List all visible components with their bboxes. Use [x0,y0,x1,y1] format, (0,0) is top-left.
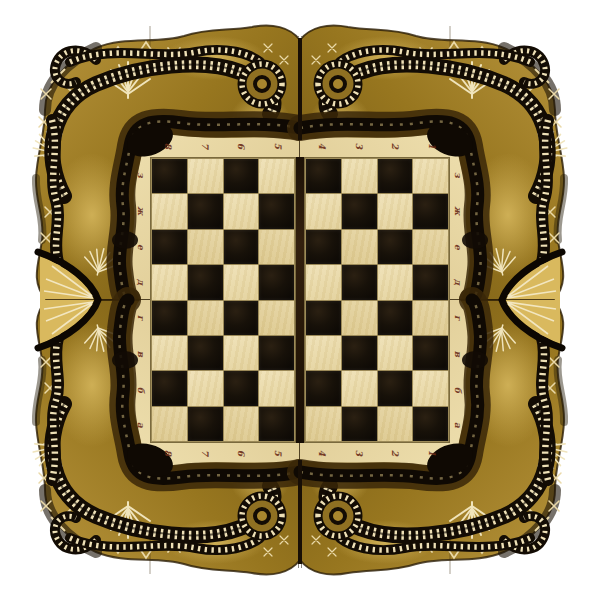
square-5-3[interactable] [259,336,294,370]
square-1-1[interactable] [188,194,223,228]
board-left-panel [150,157,296,443]
square-7-2[interactable] [224,407,259,441]
square-2-5[interactable] [342,230,377,264]
square-0-2[interactable] [224,159,259,193]
square-3-7[interactable] [413,265,448,299]
square-6-7[interactable] [413,371,448,405]
square-6-5[interactable] [342,371,377,405]
square-3-4[interactable] [306,265,341,299]
square-1-0[interactable] [152,194,187,228]
square-7-1[interactable] [188,407,223,441]
square-3-3[interactable] [259,265,294,299]
carved-chess-board-photo: 87654321 87654321 зжедгвба зжедгвба [0,0,600,600]
square-4-0[interactable] [152,301,187,335]
square-3-5[interactable] [342,265,377,299]
square-4-7[interactable] [413,301,448,335]
square-4-3[interactable] [259,301,294,335]
square-1-6[interactable] [378,194,413,228]
square-1-3[interactable] [259,194,294,228]
square-7-0[interactable] [152,407,187,441]
square-6-0[interactable] [152,371,187,405]
square-0-1[interactable] [188,159,223,193]
square-5-0[interactable] [152,336,187,370]
square-5-4[interactable] [306,336,341,370]
square-2-0[interactable] [152,230,187,264]
square-0-3[interactable] [259,159,294,193]
chessboard [150,157,450,443]
square-2-4[interactable] [306,230,341,264]
square-0-4[interactable] [306,159,341,193]
square-2-3[interactable] [259,230,294,264]
square-5-7[interactable] [413,336,448,370]
square-0-0[interactable] [152,159,187,193]
hinge-divider [296,157,304,443]
square-5-6[interactable] [378,336,413,370]
square-0-5[interactable] [342,159,377,193]
square-4-4[interactable] [306,301,341,335]
square-7-5[interactable] [342,407,377,441]
square-1-4[interactable] [306,194,341,228]
square-6-6[interactable] [378,371,413,405]
square-7-7[interactable] [413,407,448,441]
square-5-5[interactable] [342,336,377,370]
square-0-7[interactable] [413,159,448,193]
square-1-7[interactable] [413,194,448,228]
square-4-6[interactable] [378,301,413,335]
square-0-6[interactable] [378,159,413,193]
square-2-1[interactable] [188,230,223,264]
square-7-4[interactable] [306,407,341,441]
square-3-0[interactable] [152,265,187,299]
square-6-3[interactable] [259,371,294,405]
square-7-3[interactable] [259,407,294,441]
square-3-2[interactable] [224,265,259,299]
square-7-6[interactable] [378,407,413,441]
square-1-2[interactable] [224,194,259,228]
square-2-7[interactable] [413,230,448,264]
square-3-1[interactable] [188,265,223,299]
square-3-6[interactable] [378,265,413,299]
square-2-2[interactable] [224,230,259,264]
square-4-1[interactable] [188,301,223,335]
square-6-2[interactable] [224,371,259,405]
square-5-2[interactable] [224,336,259,370]
square-4-5[interactable] [342,301,377,335]
square-6-4[interactable] [306,371,341,405]
square-6-1[interactable] [188,371,223,405]
square-5-1[interactable] [188,336,223,370]
square-2-6[interactable] [378,230,413,264]
square-4-2[interactable] [224,301,259,335]
square-1-5[interactable] [342,194,377,228]
board-right-panel [304,157,450,443]
